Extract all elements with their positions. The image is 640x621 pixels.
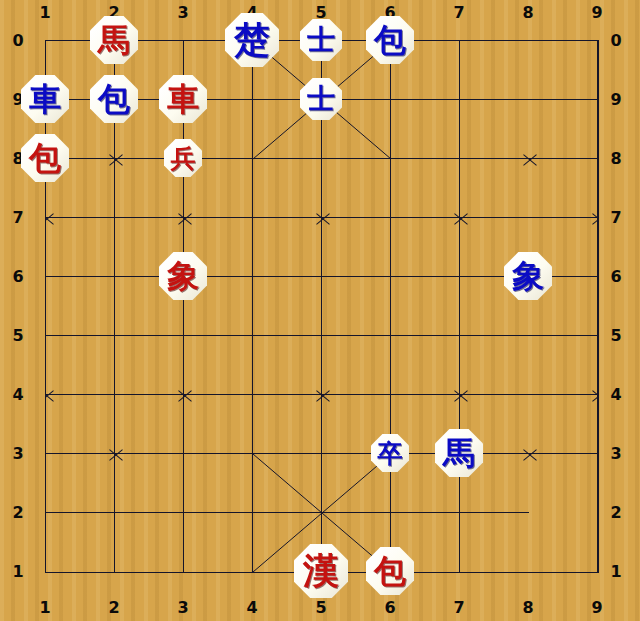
grid-cell xyxy=(253,454,322,513)
col-label-bottom-2: 2 xyxy=(108,598,119,617)
col-label-bottom-4: 4 xyxy=(246,598,257,617)
grid-cell xyxy=(253,395,322,454)
grid-cell xyxy=(253,159,322,218)
col-label-bottom-9: 9 xyxy=(591,598,602,617)
row-label-left-5: 5 xyxy=(12,326,23,345)
col-label-top-5: 5 xyxy=(315,3,326,22)
grid-cell xyxy=(46,395,115,454)
piece-han-elephant[interactable]: 象 xyxy=(159,252,207,300)
col-label-top-3: 3 xyxy=(177,3,188,22)
grid-cell xyxy=(322,159,391,218)
piece-cho-horse[interactable]: 馬 xyxy=(435,429,483,477)
piece-glyph: 包 xyxy=(374,555,406,587)
piece-cho-elephant[interactable]: 象 xyxy=(504,252,552,300)
star-point-mark xyxy=(453,389,470,404)
star-point-mark xyxy=(522,153,539,168)
star-point-mark xyxy=(522,448,539,463)
grid-cell xyxy=(46,336,115,395)
piece-glyph: 士 xyxy=(307,26,335,54)
grid-cell xyxy=(529,100,598,159)
grid-cell xyxy=(322,218,391,277)
grid-cell xyxy=(460,336,529,395)
row-label-left-2: 2 xyxy=(12,503,23,522)
row-label-right-0: 0 xyxy=(610,31,621,50)
piece-glyph: 卒 xyxy=(378,441,403,466)
row-label-right-3: 3 xyxy=(610,444,621,463)
grid-cell xyxy=(322,277,391,336)
grid-cell xyxy=(184,454,253,513)
grid-cell xyxy=(529,336,598,395)
grid-cell xyxy=(529,41,598,100)
col-label-top-9: 9 xyxy=(591,3,602,22)
grid-cell xyxy=(529,454,598,513)
grid-cell xyxy=(529,395,598,454)
grid-cell xyxy=(529,159,598,218)
piece-glyph: 包 xyxy=(374,24,406,56)
piece-glyph: 楚 xyxy=(234,22,270,58)
star-point-mark xyxy=(108,153,125,168)
piece-glyph: 士 xyxy=(307,85,335,113)
star-point-mark xyxy=(453,212,470,227)
col-label-bottom-3: 3 xyxy=(177,598,188,617)
piece-glyph: 車 xyxy=(29,83,61,115)
grid-cell xyxy=(46,513,115,572)
piece-glyph: 包 xyxy=(98,83,130,115)
grid-cell xyxy=(460,100,529,159)
col-label-bottom-8: 8 xyxy=(522,598,533,617)
piece-glyph: 馬 xyxy=(443,437,475,469)
piece-glyph: 象 xyxy=(167,260,199,292)
col-label-bottom-7: 7 xyxy=(453,598,464,617)
col-label-top-7: 7 xyxy=(453,3,464,22)
grid-cell xyxy=(529,513,598,572)
piece-glyph: 象 xyxy=(512,260,544,292)
row-label-right-4: 4 xyxy=(610,385,621,404)
grid-cell xyxy=(253,336,322,395)
star-point-mark xyxy=(45,212,56,227)
grid-cell xyxy=(115,336,184,395)
piece-han-cannon[interactable]: 包 xyxy=(366,547,414,595)
row-label-right-6: 6 xyxy=(610,267,621,286)
grid-cell xyxy=(115,454,184,513)
star-point-mark xyxy=(591,212,600,227)
star-point-mark xyxy=(591,389,600,404)
piece-glyph: 車 xyxy=(167,83,199,115)
grid-cell xyxy=(46,277,115,336)
grid-cell xyxy=(391,277,460,336)
star-point-mark xyxy=(177,212,194,227)
col-label-bottom-1: 1 xyxy=(39,598,50,617)
row-label-right-7: 7 xyxy=(610,208,621,227)
grid-cell xyxy=(46,218,115,277)
grid-cell xyxy=(253,218,322,277)
grid-cell xyxy=(460,513,529,572)
grid-cell xyxy=(391,100,460,159)
star-point-mark xyxy=(108,448,125,463)
grid-cell xyxy=(46,454,115,513)
star-point-mark xyxy=(315,212,332,227)
grid-cell xyxy=(115,513,184,572)
row-label-left-6: 6 xyxy=(12,267,23,286)
col-label-top-1: 1 xyxy=(39,3,50,22)
grid-cell xyxy=(460,159,529,218)
grid-cell xyxy=(391,159,460,218)
row-label-right-9: 9 xyxy=(610,90,621,109)
grid-cell xyxy=(184,395,253,454)
piece-glyph: 兵 xyxy=(171,146,196,171)
row-label-right-1: 1 xyxy=(610,562,621,581)
row-label-left-0: 0 xyxy=(12,31,23,50)
piece-cho-cannon[interactable]: 包 xyxy=(366,16,414,64)
star-point-mark xyxy=(315,389,332,404)
row-label-left-1: 1 xyxy=(12,562,23,581)
star-point-mark xyxy=(177,389,194,404)
grid-cell xyxy=(184,336,253,395)
col-label-top-8: 8 xyxy=(522,3,533,22)
row-label-right-2: 2 xyxy=(610,503,621,522)
piece-glyph: 漢 xyxy=(303,553,339,589)
row-label-left-3: 3 xyxy=(12,444,23,463)
grid-cell xyxy=(391,336,460,395)
star-point-mark xyxy=(45,389,56,404)
grid-cell xyxy=(184,513,253,572)
piece-cho-soldier[interactable]: 卒 xyxy=(371,434,409,472)
piece-glyph: 馬 xyxy=(98,24,130,56)
grid-cell xyxy=(253,277,322,336)
piece-glyph: 包 xyxy=(29,142,61,174)
grid-cell xyxy=(391,218,460,277)
row-label-left-4: 4 xyxy=(12,385,23,404)
janggi-board[interactable]: 12345678912345678909876543210987654321馬楚… xyxy=(0,0,640,621)
piece-cho-general[interactable]: 楚 xyxy=(225,13,279,67)
grid-cell xyxy=(115,395,184,454)
row-label-right-5: 5 xyxy=(610,326,621,345)
col-label-bottom-6: 6 xyxy=(384,598,395,617)
row-label-right-8: 8 xyxy=(610,149,621,168)
row-label-left-7: 7 xyxy=(12,208,23,227)
grid-cell xyxy=(460,41,529,100)
grid-cell xyxy=(322,336,391,395)
col-label-bottom-5: 5 xyxy=(315,598,326,617)
